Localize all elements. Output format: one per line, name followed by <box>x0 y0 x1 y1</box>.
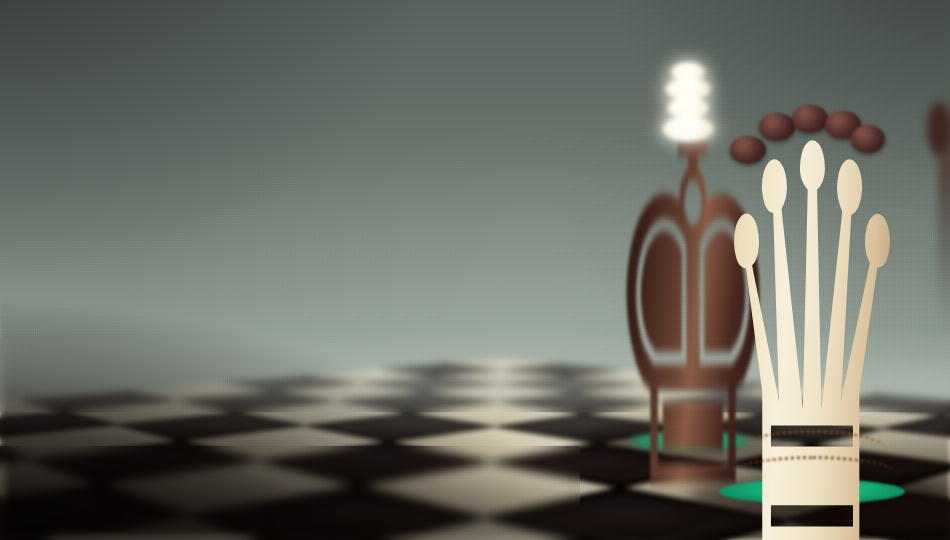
photo-scene: ♚ ♛ <box>0 0 950 540</box>
crown-ball <box>792 105 828 133</box>
crown-ball <box>759 113 795 141</box>
finial-bead <box>662 116 714 142</box>
crown-ball <box>730 136 766 164</box>
crown-ball <box>851 125 885 153</box>
piece-layer: ♚ ♛ <box>0 0 950 540</box>
queen-base-burn-pattern <box>728 456 898 493</box>
cropped-piece-right-edge <box>938 96 950 331</box>
